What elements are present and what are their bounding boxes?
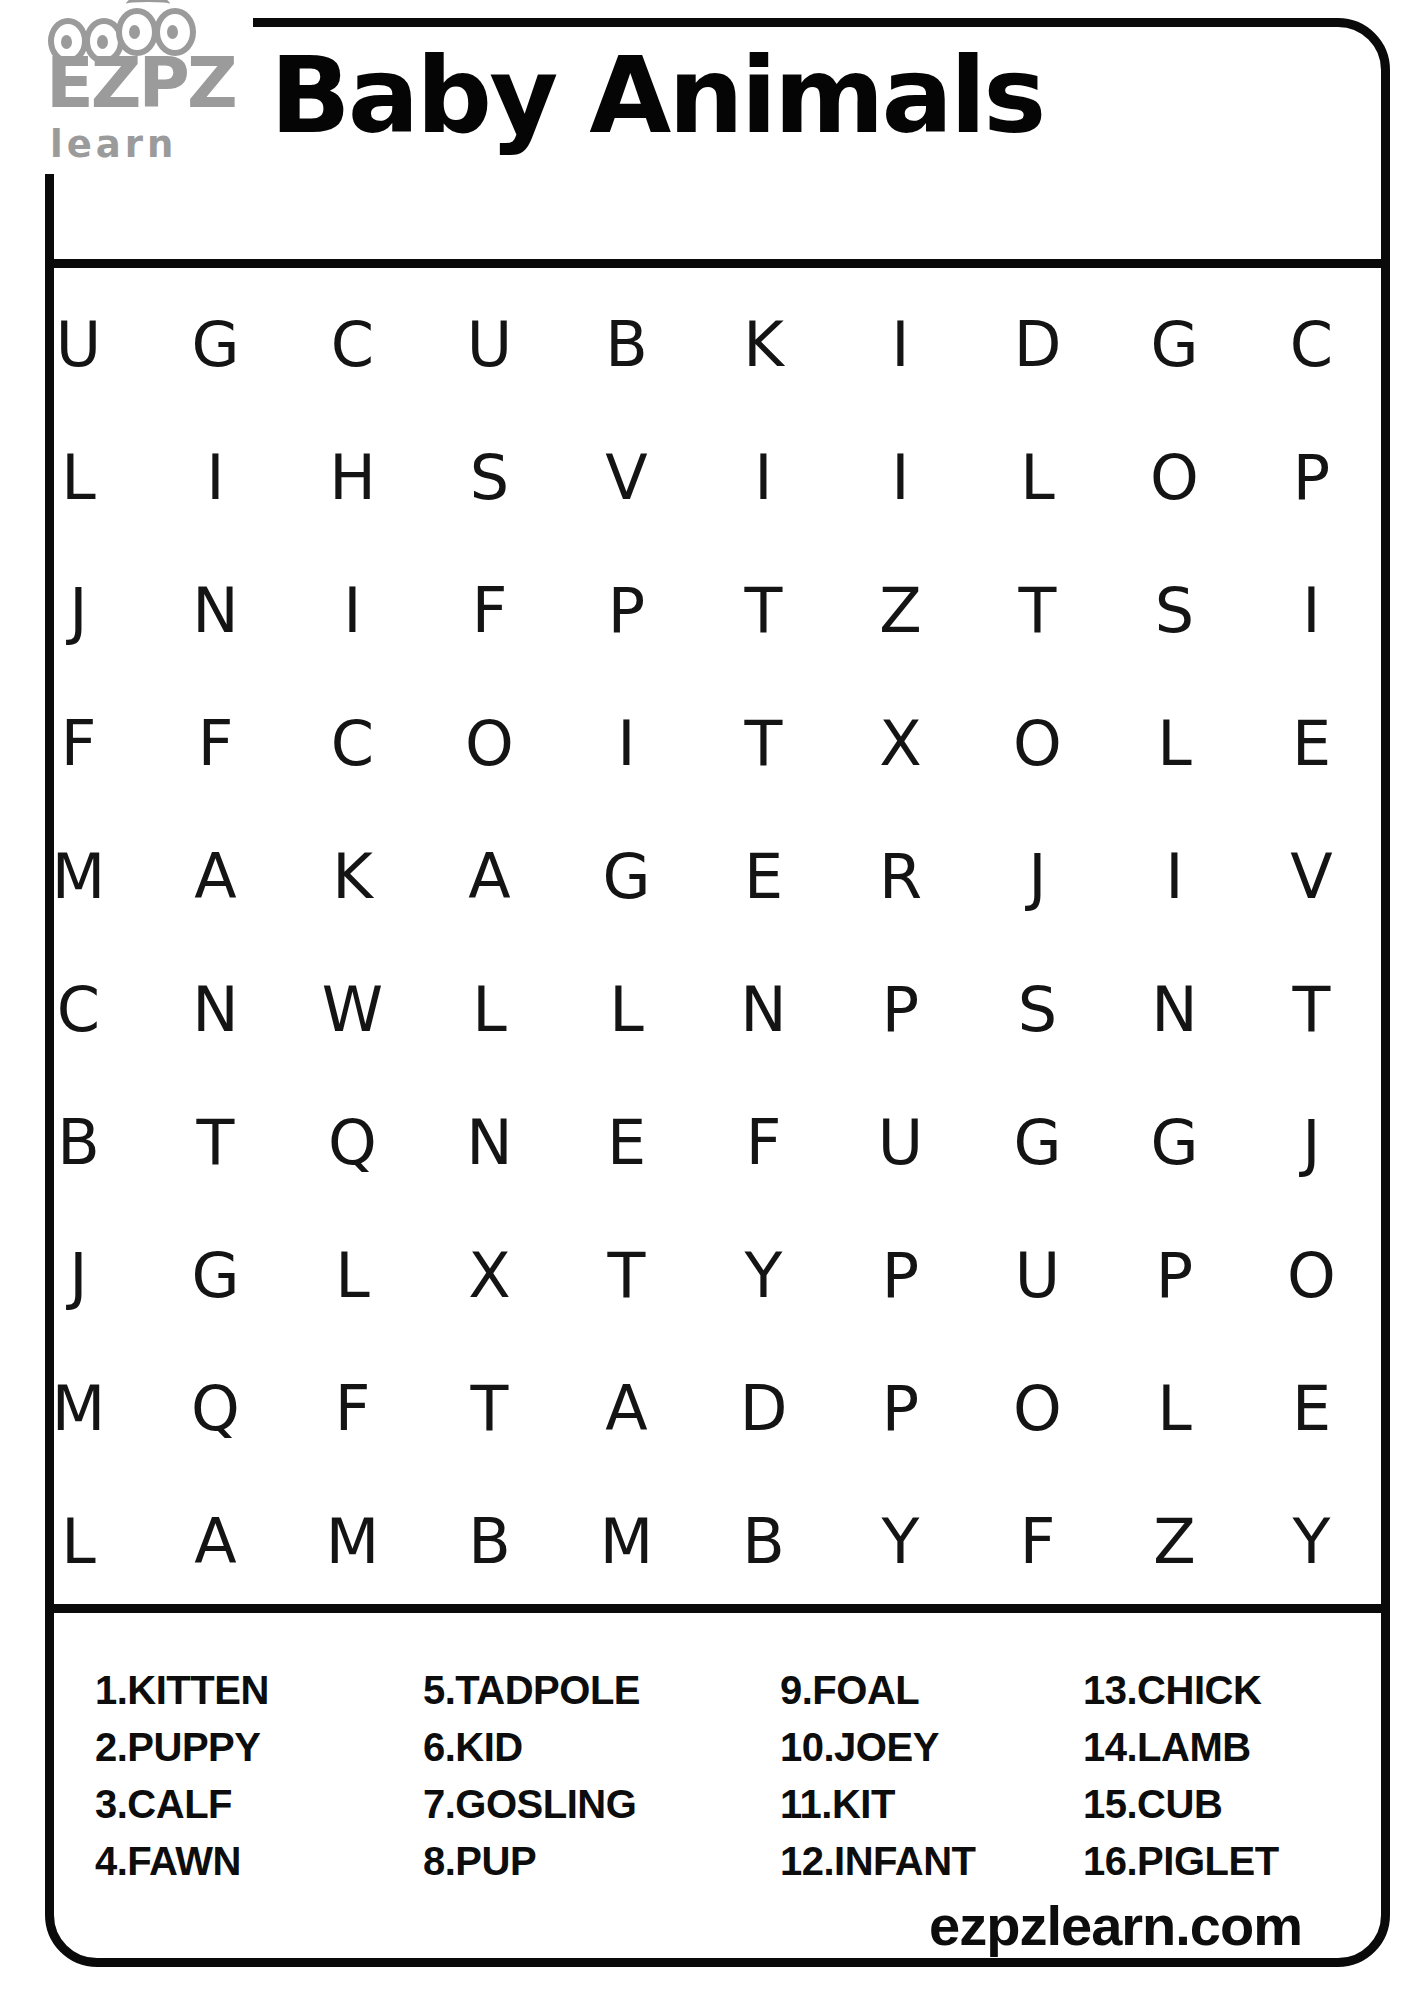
- grid-cell-r9c6[interactable]: D: [695, 1342, 832, 1475]
- grid-cell-r7c4[interactable]: N: [421, 1076, 558, 1209]
- grid-cell-r5c1[interactable]: M: [10, 810, 147, 943]
- grid-cell-r6c3[interactable]: W: [284, 943, 421, 1076]
- grid-cell-r3c1[interactable]: J: [10, 544, 147, 677]
- grid-cell-r5c3[interactable]: K: [284, 810, 421, 943]
- grid-cell-r9c8[interactable]: O: [969, 1342, 1106, 1475]
- grid-cell-r1c2[interactable]: G: [147, 278, 284, 411]
- website-text: ezpzlearn.com: [929, 1893, 1302, 1958]
- word-list-item-joey: 10.JOEY: [780, 1725, 1083, 1770]
- grid-cell-r7c9[interactable]: G: [1106, 1076, 1243, 1209]
- word-list-item-cub: 15.CUB: [1083, 1782, 1345, 1827]
- grid-cell-r3c4[interactable]: F: [421, 544, 558, 677]
- grid-cell-r7c6[interactable]: F: [695, 1076, 832, 1209]
- grid-cell-r2c9[interactable]: O: [1106, 411, 1243, 544]
- grid-cell-r8c8[interactable]: U: [969, 1209, 1106, 1342]
- grid-cell-r1c3[interactable]: C: [284, 278, 421, 411]
- grid-cell-r9c7[interactable]: P: [832, 1342, 969, 1475]
- word-list-item-kid: 6.KID: [423, 1725, 780, 1770]
- grid-cell-r10c3[interactable]: M: [284, 1475, 421, 1608]
- grid-cell-r1c9[interactable]: G: [1106, 278, 1243, 411]
- grid-cell-r3c5[interactable]: P: [558, 544, 695, 677]
- grid-cell-r1c8[interactable]: D: [969, 278, 1106, 411]
- grid-cell-r4c4[interactable]: O: [421, 677, 558, 810]
- grid-cell-r9c4[interactable]: T: [421, 1342, 558, 1475]
- grid-cell-r7c2[interactable]: T: [147, 1076, 284, 1209]
- grid-cell-r4c5[interactable]: I: [558, 677, 695, 810]
- grid-cell-r10c7[interactable]: Y: [832, 1475, 969, 1608]
- grid-cell-r9c1[interactable]: M: [10, 1342, 147, 1475]
- word-list-item-puppy: 2.PUPPY: [95, 1725, 423, 1770]
- grid-cell-r10c2[interactable]: A: [147, 1475, 284, 1608]
- grid-cell-r4c7[interactable]: X: [832, 677, 969, 810]
- word-list-item-lamb: 14.LAMB: [1083, 1725, 1345, 1770]
- grid-cell-r5c10[interactable]: V: [1243, 810, 1380, 943]
- grid-cell-r7c3[interactable]: Q: [284, 1076, 421, 1209]
- grid-cell-r8c5[interactable]: T: [558, 1209, 695, 1342]
- grid-cell-r6c1[interactable]: C: [10, 943, 147, 1076]
- grid-cell-r8c2[interactable]: G: [147, 1209, 284, 1342]
- grid-cell-r10c6[interactable]: B: [695, 1475, 832, 1608]
- grid-cell-r5c4[interactable]: A: [421, 810, 558, 943]
- grid-cell-r1c10[interactable]: C: [1243, 278, 1380, 411]
- grid-cell-r1c1[interactable]: U: [10, 278, 147, 411]
- grid-cell-r4c10[interactable]: E: [1243, 677, 1380, 810]
- grid-cell-r2c8[interactable]: L: [969, 411, 1106, 544]
- grid-cell-r3c7[interactable]: Z: [832, 544, 969, 677]
- grid-cell-r3c2[interactable]: N: [147, 544, 284, 677]
- grid-cell-r4c1[interactable]: F: [10, 677, 147, 810]
- grid-cell-r2c2[interactable]: I: [147, 411, 284, 544]
- grid-cell-r4c6[interactable]: T: [695, 677, 832, 810]
- word-list-item-tadpole: 5.TADPOLE: [423, 1668, 780, 1713]
- grid-cell-r5c8[interactable]: J: [969, 810, 1106, 943]
- word-list: 1.KITTEN2.PUPPY3.CALF4.FAWN5.TADPOLE6.KI…: [95, 1662, 1345, 1890]
- word-list-item-piglet: 16.PIGLET: [1083, 1839, 1345, 1884]
- word-list-item-gosling: 7.GOSLING: [423, 1782, 780, 1827]
- grid-cell-r2c10[interactable]: P: [1243, 411, 1380, 544]
- word-list-item-pup: 8.PUP: [423, 1839, 780, 1884]
- worksheet-page: EZPZ learn Baby Animals UGCUBKIDGCLIHSVI…: [0, 0, 1414, 2000]
- word-list-item-calf: 3.CALF: [95, 1782, 423, 1827]
- grid-cell-r4c2[interactable]: F: [147, 677, 284, 810]
- grid-cell-r6c10[interactable]: T: [1243, 943, 1380, 1076]
- grid-cell-r9c3[interactable]: F: [284, 1342, 421, 1475]
- grid-cell-r5c7[interactable]: R: [832, 810, 969, 943]
- grid-cell-r4c9[interactable]: L: [1106, 677, 1243, 810]
- grid-cell-r1c7[interactable]: I: [832, 278, 969, 411]
- grid-cell-r8c6[interactable]: Y: [695, 1209, 832, 1342]
- grid-cell-r1c4[interactable]: U: [421, 278, 558, 411]
- grid-cell-r10c9[interactable]: Z: [1106, 1475, 1243, 1608]
- grid-cell-r10c5[interactable]: M: [558, 1475, 695, 1608]
- grid-cell-r6c8[interactable]: S: [969, 943, 1106, 1076]
- logo-learn-text: learn: [50, 126, 177, 163]
- grid-cell-r6c2[interactable]: N: [147, 943, 284, 1076]
- word-list-item-fawn: 4.FAWN: [95, 1839, 423, 1884]
- grid-cell-r2c1[interactable]: L: [10, 411, 147, 544]
- grid-cell-r2c3[interactable]: H: [284, 411, 421, 544]
- grid-cell-r8c9[interactable]: P: [1106, 1209, 1243, 1342]
- grid-cell-r2c5[interactable]: V: [558, 411, 695, 544]
- grid-cell-r2c6[interactable]: I: [695, 411, 832, 544]
- logo-brand-text: EZPZ: [46, 48, 235, 118]
- word-list-item-foal: 9.FOAL: [780, 1668, 1083, 1713]
- grid-cell-r8c10[interactable]: O: [1243, 1209, 1380, 1342]
- grid-cell-r10c4[interactable]: B: [421, 1475, 558, 1608]
- grid-cell-r9c5[interactable]: A: [558, 1342, 695, 1475]
- grid-cell-r10c10[interactable]: Y: [1243, 1475, 1380, 1608]
- grid-cell-r3c9[interactable]: S: [1106, 544, 1243, 677]
- grid-cell-r7c10[interactable]: J: [1243, 1076, 1380, 1209]
- grid-cell-r5c2[interactable]: A: [147, 810, 284, 943]
- grid-cell-r3c8[interactable]: T: [969, 544, 1106, 677]
- word-list-divider: [52, 1604, 1384, 1613]
- grid-cell-r7c8[interactable]: G: [969, 1076, 1106, 1209]
- grid-cell-r6c6[interactable]: N: [695, 943, 832, 1076]
- grid-cell-r8c7[interactable]: P: [832, 1209, 969, 1342]
- grid-cell-r6c9[interactable]: N: [1106, 943, 1243, 1076]
- grid-cell-r6c5[interactable]: L: [558, 943, 695, 1076]
- grid-cell-r5c5[interactable]: G: [558, 810, 695, 943]
- grid-cell-r3c6[interactable]: T: [695, 544, 832, 677]
- grid-cell-r3c3[interactable]: I: [284, 544, 421, 677]
- ezpz-learn-logo: EZPZ learn: [38, 4, 253, 174]
- grid-cell-r6c7[interactable]: P: [832, 943, 969, 1076]
- grid-cell-r4c3[interactable]: C: [284, 677, 421, 810]
- grid-cell-r8c4[interactable]: X: [421, 1209, 558, 1342]
- grid-cell-r7c5[interactable]: E: [558, 1076, 695, 1209]
- grid-cell-r5c6[interactable]: E: [695, 810, 832, 943]
- word-list-item-kit: 11.KIT: [780, 1782, 1083, 1827]
- grid-cell-r1c5[interactable]: B: [558, 278, 695, 411]
- header-divider: [52, 259, 1384, 268]
- word-list-item-chick: 13.CHICK: [1083, 1668, 1345, 1713]
- grid-cell-r6c4[interactable]: L: [421, 943, 558, 1076]
- grid-cell-r2c7[interactable]: I: [832, 411, 969, 544]
- word-list-item-infant: 12.INFANT: [780, 1839, 1083, 1884]
- grid-cell-r4c8[interactable]: O: [969, 677, 1106, 810]
- grid-cell-r8c3[interactable]: L: [284, 1209, 421, 1342]
- grid-cell-r8c1[interactable]: J: [10, 1209, 147, 1342]
- grid-cell-r3c10[interactable]: I: [1243, 544, 1380, 677]
- grid-cell-r9c9[interactable]: L: [1106, 1342, 1243, 1475]
- grid-cell-r7c1[interactable]: B: [10, 1076, 147, 1209]
- grid-cell-r10c1[interactable]: L: [10, 1475, 147, 1608]
- grid-cell-r7c7[interactable]: U: [832, 1076, 969, 1209]
- grid-cell-r2c4[interactable]: S: [421, 411, 558, 544]
- grid-cell-r9c2[interactable]: Q: [147, 1342, 284, 1475]
- page-title: Baby Animals: [270, 34, 1020, 157]
- grid-cell-r5c9[interactable]: I: [1106, 810, 1243, 943]
- word-search-grid: UGCUBKIDGCLIHSVIILOPJNIFPTZTSIFFCOITXOLE…: [10, 278, 1380, 1608]
- grid-cell-r10c8[interactable]: F: [969, 1475, 1106, 1608]
- grid-cell-r1c6[interactable]: K: [695, 278, 832, 411]
- grid-cell-r9c10[interactable]: E: [1243, 1342, 1380, 1475]
- word-list-item-kitten: 1.KITTEN: [95, 1668, 423, 1713]
